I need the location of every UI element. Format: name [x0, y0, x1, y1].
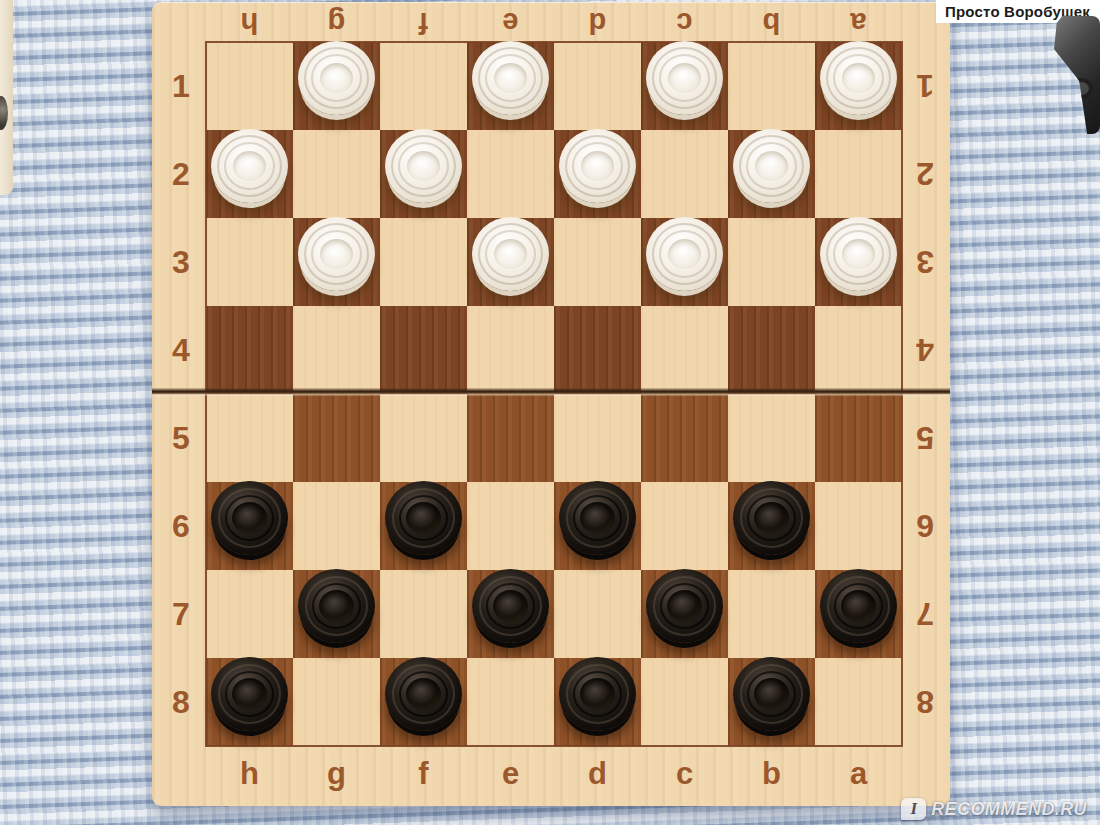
file-top-g: g: [293, 4, 380, 41]
square-f5[interactable]: [380, 394, 467, 482]
ring-shape-icon: [1056, 74, 1079, 95]
file-bottom-f: f: [380, 751, 467, 801]
rank-right-4: 4: [904, 306, 946, 394]
square-f3[interactable]: [380, 218, 467, 306]
file-top-e: e: [467, 4, 554, 41]
piece-white-c1[interactable]: [646, 41, 723, 115]
piece-black-f8[interactable]: [385, 657, 462, 731]
square-h3[interactable]: [206, 218, 293, 306]
rank-right-6: 6: [904, 482, 946, 570]
piece-black-a7[interactable]: [820, 569, 897, 643]
square-d1[interactable]: [554, 42, 641, 130]
piece-black-f6[interactable]: [385, 481, 462, 555]
square-h4[interactable]: [206, 306, 293, 394]
square-a8[interactable]: [815, 658, 902, 746]
rank-left-3: 3: [160, 218, 202, 306]
square-a4[interactable]: [815, 306, 902, 394]
rank-left-8: 8: [160, 658, 202, 746]
piece-white-d2[interactable]: [559, 129, 636, 203]
file-bottom-g: g: [293, 751, 380, 801]
file-top-c: c: [641, 4, 728, 41]
piece-white-b2[interactable]: [733, 129, 810, 203]
rank-left-7: 7: [160, 570, 202, 658]
square-h7[interactable]: [206, 570, 293, 658]
piece-white-e3[interactable]: [472, 217, 549, 291]
rank-right-3: 3: [904, 218, 946, 306]
rank-right-8: 8: [904, 658, 946, 746]
piece-black-h8[interactable]: [211, 657, 288, 731]
piece-black-d6[interactable]: [559, 481, 636, 555]
file-top-h: h: [206, 4, 293, 41]
square-g8[interactable]: [293, 658, 380, 746]
square-a5[interactable]: [815, 394, 902, 482]
square-c2[interactable]: [641, 130, 728, 218]
square-e8[interactable]: [467, 658, 554, 746]
file-bottom-b: b: [728, 751, 815, 801]
square-a6[interactable]: [815, 482, 902, 570]
rank-left-4: 4: [160, 306, 202, 394]
piece-black-d8[interactable]: [559, 657, 636, 731]
square-e4[interactable]: [467, 306, 554, 394]
ring-shape-icon: [1070, 78, 1093, 99]
square-d7[interactable]: [554, 570, 641, 658]
piece-black-b6[interactable]: [733, 481, 810, 555]
square-g5[interactable]: [293, 394, 380, 482]
rank-right-5: 5: [904, 394, 946, 482]
square-d4[interactable]: [554, 306, 641, 394]
piece-white-f2[interactable]: [385, 129, 462, 203]
piece-white-a3[interactable]: [820, 217, 897, 291]
square-c6[interactable]: [641, 482, 728, 570]
square-c8[interactable]: [641, 658, 728, 746]
square-h5[interactable]: [206, 394, 293, 482]
watermark-text: RECOMMEND.RU: [931, 799, 1087, 820]
piece-black-c7[interactable]: [646, 569, 723, 643]
rank-left-2: 2: [160, 130, 202, 218]
square-h1[interactable]: [206, 42, 293, 130]
rank-left-6: 6: [160, 482, 202, 570]
square-b1[interactable]: [728, 42, 815, 130]
object-top-left-edge: [0, 0, 13, 195]
square-f7[interactable]: [380, 570, 467, 658]
rank-right-7: 7: [904, 570, 946, 658]
rank-right-2: 2: [904, 130, 946, 218]
file-top-b: b: [728, 4, 815, 41]
square-f4[interactable]: [380, 306, 467, 394]
piece-black-g7[interactable]: [298, 569, 375, 643]
dark-object-top-right: [1054, 16, 1100, 134]
file-top-a: a: [815, 4, 902, 41]
rank-left-1: 1: [160, 42, 202, 130]
piece-black-b8[interactable]: [733, 657, 810, 731]
file-bottom-c: c: [641, 751, 728, 801]
file-bottom-d: d: [554, 751, 641, 801]
file-top-d: d: [554, 4, 641, 41]
piece-white-g3[interactable]: [298, 217, 375, 291]
square-e2[interactable]: [467, 130, 554, 218]
square-g4[interactable]: [293, 306, 380, 394]
piece-white-c3[interactable]: [646, 217, 723, 291]
checkers-board: hgfedcba hgfedcba 12345678 12345678: [152, 2, 950, 806]
square-g6[interactable]: [293, 482, 380, 570]
piece-black-h6[interactable]: [211, 481, 288, 555]
file-top-f: f: [380, 4, 467, 41]
square-b3[interactable]: [728, 218, 815, 306]
watermark: I RECOMMEND.RU: [901, 798, 1087, 820]
piece-white-g1[interactable]: [298, 41, 375, 115]
file-bottom-a: a: [815, 751, 902, 801]
file-bottom-h: h: [206, 751, 293, 801]
piece-white-a1[interactable]: [820, 41, 897, 115]
square-g2[interactable]: [293, 130, 380, 218]
fold-hinge: [152, 388, 950, 396]
file-bottom-e: e: [467, 751, 554, 801]
piece-white-h2[interactable]: [211, 129, 288, 203]
piece-white-e1[interactable]: [472, 41, 549, 115]
square-b7[interactable]: [728, 570, 815, 658]
square-f1[interactable]: [380, 42, 467, 130]
speech-bubble-icon: I: [901, 798, 926, 820]
piece-black-e7[interactable]: [472, 569, 549, 643]
square-e6[interactable]: [467, 482, 554, 570]
square-d3[interactable]: [554, 218, 641, 306]
square-c4[interactable]: [641, 306, 728, 394]
square-d5[interactable]: [554, 394, 641, 482]
rank-right-1: 1: [904, 42, 946, 130]
square-e5[interactable]: [467, 394, 554, 482]
square-a2[interactable]: [815, 130, 902, 218]
square-b4[interactable]: [728, 306, 815, 394]
square-b5[interactable]: [728, 394, 815, 482]
photo-stage: hgfedcba hgfedcba 12345678 12345678 Прос…: [0, 0, 1100, 825]
rank-left-5: 5: [160, 394, 202, 482]
square-c5[interactable]: [641, 394, 728, 482]
